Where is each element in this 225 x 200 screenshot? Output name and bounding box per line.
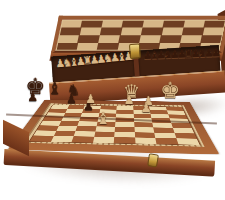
piece-white-bishop: ♝ [96,111,110,127]
piece-white-pawn-d7: ♟ [85,93,96,105]
piece-white-king: ♚ [160,79,180,101]
piece-black-pawn-a7: ♟ [27,91,38,103]
piece-layer: ♚♟♝♞♟♟♟♛♚♟♟♟♝ [0,0,225,200]
piece-black-bishop: ♝ [47,81,61,97]
piece-white-pawn-f7: ♟ [124,94,135,106]
piece-black-pawn-c7: ♟ [66,93,77,105]
open-chess-board: ♚♟♝♞♟♟♟♛♚♟♟♟♝ [0,0,225,200]
piece-white-pawn-g6: ♟ [141,102,152,114]
product-photo-chess-set: ♟♞♝♟♜♟♟♞♟♝♟♟♜♟♞♟ ♟♝♟♞♟♟♜♟♞♟♟♝♟♟♞♟ ♚♟♝♞♟♟… [0,0,225,200]
